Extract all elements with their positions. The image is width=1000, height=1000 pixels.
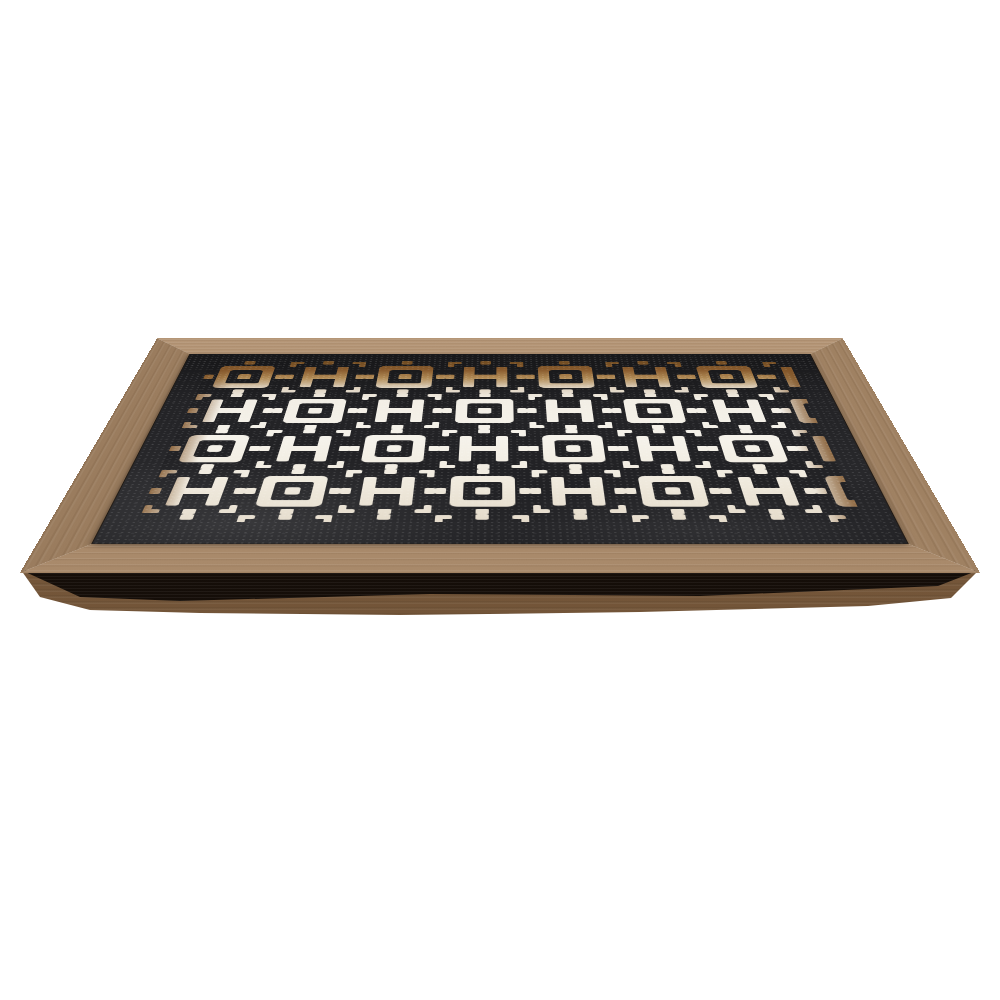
grille-pattern-area (135, 361, 864, 522)
metal-grille (93, 354, 908, 543)
vent-register-photo (0, 0, 1000, 1000)
register-top-face (20, 338, 980, 572)
grille-lattice (135, 361, 864, 522)
